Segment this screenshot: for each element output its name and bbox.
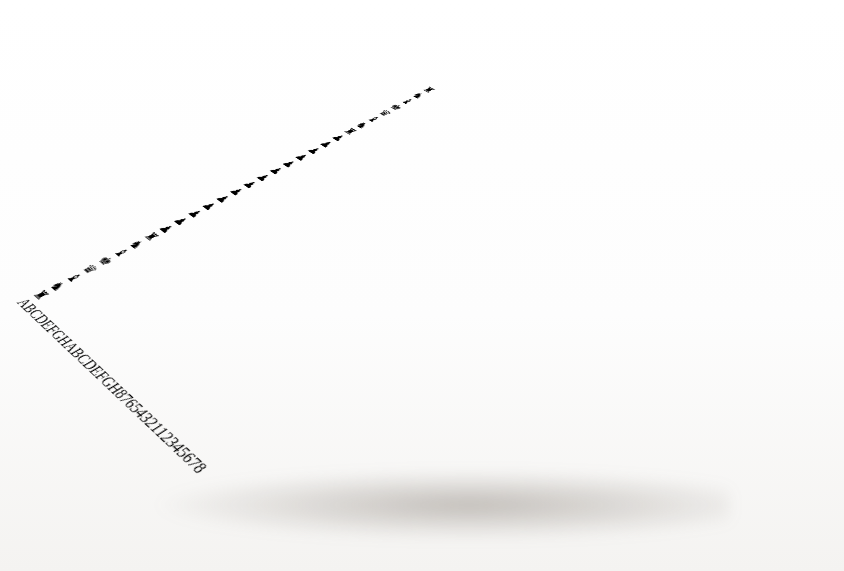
photo-stage: ♜♞♝♚♛♝♞♜♟♟♟♟♟♟♟♟♟♟♟♟♟♟♜♞♝♚♛♝♞♜ ABCDEFGHA… (0, 0, 844, 571)
board-plate: ♜♞♝♚♛♝♞♜♟♟♟♟♟♟♟♟♟♟♟♟♟♟♜♞♝♚♛♝♞♜ ABCDEFGHA… (38, 85, 830, 571)
chess-board: ♜♞♝♚♛♝♞♜♟♟♟♟♟♟♟♟♟♟♟♟♟♟♜♞♝♚♛♝♞♜ ABCDEFGHA… (38, 85, 830, 571)
board-grid: ♜♞♝♚♛♝♞♜♟♟♟♟♟♟♟♟♟♟♟♟♟♟♜♞♝♚♛♝♞♜ (29, 85, 830, 571)
scene: ♜♞♝♚♛♝♞♜♟♟♟♟♟♟♟♟♟♟♟♟♟♟♜♞♝♚♛♝♞♜ ABCDEFGHA… (0, 0, 844, 571)
